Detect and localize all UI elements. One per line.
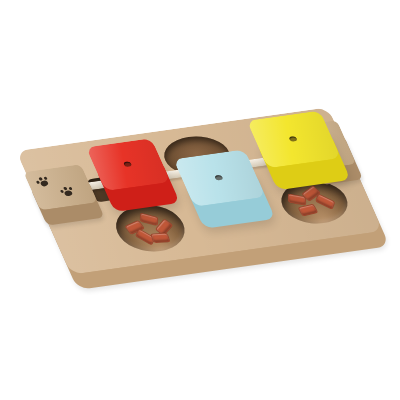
treat-bone <box>297 204 318 217</box>
product-photo-scene <box>0 0 400 400</box>
peg-hole <box>123 161 132 167</box>
paw-print-icon <box>56 183 77 199</box>
paw-print-icon <box>32 172 53 190</box>
blue-slider-block[interactable] <box>173 149 265 207</box>
treat-bone <box>315 193 336 210</box>
puzzle-board <box>16 107 383 274</box>
front-left-treat-hole <box>107 201 193 256</box>
blue-block-top-face <box>173 149 265 207</box>
peg-hole <box>214 175 223 181</box>
peg-hole <box>289 136 298 142</box>
left-end-cap <box>23 164 97 210</box>
treat-bone <box>150 233 171 244</box>
front-right-treat-hole <box>273 177 355 228</box>
